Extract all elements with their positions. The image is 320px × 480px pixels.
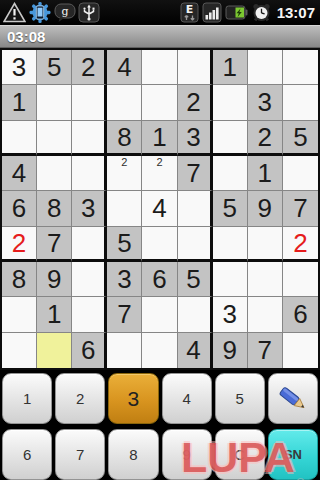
title-bar: 03:08	[0, 25, 320, 48]
pencil-icon	[275, 381, 311, 417]
cell-r2c6[interactable]: 2	[178, 85, 213, 120]
battery-charging-icon	[225, 2, 248, 23]
cell-value: 9	[47, 266, 61, 292]
cell-r8c8[interactable]	[248, 297, 283, 332]
cell-r6c4[interactable]: 5	[107, 227, 142, 262]
cell-r4c2[interactable]	[37, 156, 72, 191]
cell-r3c4[interactable]: 8	[107, 121, 142, 156]
cell-r3c9[interactable]: 5	[283, 121, 318, 156]
cell-r5c7[interactable]: 5	[213, 191, 248, 226]
key-6[interactable]: 6	[2, 429, 52, 480]
cell-value: 1	[12, 89, 26, 115]
alarm-clock-icon	[251, 2, 272, 23]
cell-value: 4	[152, 195, 166, 221]
sudoku-board: 3524112381325422716834597275289365173664…	[0, 48, 320, 370]
cell-r3c7[interactable]	[213, 121, 248, 156]
cell-r7c1[interactable]: 8	[2, 262, 37, 297]
key-3[interactable]: 3	[108, 373, 158, 424]
cell-r1c9[interactable]	[283, 50, 318, 85]
cell-value: 5	[117, 230, 131, 256]
cell-value: 7	[117, 301, 131, 327]
cell-value: 2	[81, 54, 95, 80]
cell-value: 7	[258, 337, 272, 363]
cell-r3c6[interactable]: 3	[178, 121, 213, 156]
cell-r2c8[interactable]: 3	[248, 85, 283, 120]
cell-r2c5[interactable]	[142, 85, 177, 120]
clock-time: 13:07	[275, 4, 317, 21]
cell-r7c4[interactable]: 3	[107, 262, 142, 297]
cell-r1c1[interactable]: 3	[2, 50, 37, 85]
cell-r5c5[interactable]: 4	[142, 191, 177, 226]
cell-r4c7[interactable]	[213, 156, 248, 191]
keypad-row-1: 12345	[0, 373, 320, 424]
pencil-notes: 2	[154, 157, 166, 168]
cell-value: 8	[47, 195, 61, 221]
cell-value: 2	[258, 124, 272, 150]
cell-value: 1	[47, 301, 61, 327]
key-1[interactable]: 1	[2, 373, 52, 424]
signal-strength-icon	[202, 2, 222, 23]
pencil-notes: 2	[119, 157, 131, 168]
cell-value: 7	[293, 195, 307, 221]
cell-value: 2	[186, 89, 200, 115]
cell-value: 3	[222, 301, 236, 327]
cell-r3c8[interactable]: 2	[248, 121, 283, 156]
cell-value: 3	[12, 54, 26, 80]
notification-icons: g	[3, 1, 100, 24]
key-5[interactable]: 5	[215, 373, 265, 424]
cell-r7c5[interactable]: 6	[142, 262, 177, 297]
cell-r3c5[interactable]: 1	[142, 121, 177, 156]
cell-value: 3	[117, 266, 131, 292]
cell-r9c5[interactable]	[142, 333, 177, 368]
cell-r8c7[interactable]: 3	[213, 297, 248, 332]
cell-value: 6	[152, 266, 166, 292]
cell-r9c6[interactable]: 4	[178, 333, 213, 368]
cell-value: 4	[117, 54, 131, 80]
cell-value: 4	[186, 337, 200, 363]
key-2[interactable]: 2	[55, 373, 105, 424]
cell-r5c6[interactable]	[178, 191, 213, 226]
usb-debug-icon	[28, 1, 52, 24]
cell-r6c3[interactable]	[72, 227, 107, 262]
cell-r1c5[interactable]	[142, 50, 177, 85]
cell-value: 3	[258, 89, 272, 115]
cell-r2c2[interactable]	[37, 85, 72, 120]
cell-value: 2	[293, 230, 307, 256]
cell-r4c1[interactable]: 4	[2, 156, 37, 191]
key-4[interactable]: 4	[162, 373, 212, 424]
cell-r6c9[interactable]: 2	[283, 227, 318, 262]
cell-r8c9[interactable]: 6	[283, 297, 318, 332]
cell-r4c9[interactable]	[283, 156, 318, 191]
cell-r1c3[interactable]: 2	[72, 50, 107, 85]
status-bar: g E	[0, 0, 320, 25]
cell-r9c3[interactable]: 6	[72, 333, 107, 368]
cell-r3c2[interactable]	[37, 121, 72, 156]
cell-r2c9[interactable]	[283, 85, 318, 120]
cell-value: 3	[186, 124, 200, 150]
cell-r4c4[interactable]: 2	[107, 156, 142, 191]
talk-icon: g	[54, 2, 76, 23]
cell-value: 1	[258, 160, 272, 186]
key-8[interactable]: 8	[108, 429, 158, 480]
cell-r5c3[interactable]: 3	[72, 191, 107, 226]
cell-r8c1[interactable]	[2, 297, 37, 332]
svg-text:g: g	[61, 5, 68, 18]
cell-r8c6[interactable]	[178, 297, 213, 332]
cell-r2c7[interactable]	[213, 85, 248, 120]
cell-r7c6[interactable]: 5	[178, 262, 213, 297]
cell-r5c4[interactable]	[107, 191, 142, 226]
cell-r9c7[interactable]: 9	[213, 333, 248, 368]
cell-r4c8[interactable]: 1	[248, 156, 283, 191]
cell-r5c9[interactable]: 7	[283, 191, 318, 226]
pencil-mode-button[interactable]	[268, 373, 318, 424]
cell-r4c6[interactable]: 7	[178, 156, 213, 191]
cell-r1c6[interactable]	[178, 50, 213, 85]
cell-value: 7	[186, 160, 200, 186]
cell-r1c2[interactable]: 5	[37, 50, 72, 85]
cell-r1c4[interactable]: 4	[107, 50, 142, 85]
cell-value: 1	[222, 54, 236, 80]
cell-r3c1[interactable]	[2, 121, 37, 156]
cell-value: 7	[47, 230, 61, 256]
cell-r7c9[interactable]	[283, 262, 318, 297]
cell-value: 5	[186, 266, 200, 292]
cell-r1c8[interactable]	[248, 50, 283, 85]
cell-r2c3[interactable]	[72, 85, 107, 120]
cell-value: 2	[12, 230, 26, 256]
keypad-row-2: 6789CSN	[0, 429, 320, 480]
cell-r8c2[interactable]: 1	[37, 297, 72, 332]
cell-value: 5	[47, 54, 61, 80]
cell-r8c4[interactable]: 7	[107, 297, 142, 332]
cell-r8c5[interactable]	[142, 297, 177, 332]
key-c[interactable]: C	[215, 429, 265, 480]
cell-r9c4[interactable]	[107, 333, 142, 368]
cell-r5c1[interactable]: 6	[2, 191, 37, 226]
cell-value: 5	[222, 195, 236, 221]
cell-r5c8[interactable]: 9	[248, 191, 283, 226]
cell-r2c1[interactable]: 1	[2, 85, 37, 120]
usb-icon	[78, 2, 100, 23]
cell-value: 8	[12, 266, 26, 292]
edge-data-icon: E	[180, 2, 199, 23]
key-7[interactable]: 7	[55, 429, 105, 480]
cell-r7c7[interactable]	[213, 262, 248, 297]
cell-r5c2[interactable]: 8	[37, 191, 72, 226]
system-status-icons: E	[180, 2, 317, 23]
cell-r6c2[interactable]: 7	[37, 227, 72, 262]
cell-r9c1[interactable]	[2, 333, 37, 368]
cell-value: 3	[81, 195, 95, 221]
cell-r6c6[interactable]	[178, 227, 213, 262]
cell-r6c5[interactable]	[142, 227, 177, 262]
cell-value: 1	[152, 124, 166, 150]
cell-r2c4[interactable]	[107, 85, 142, 120]
game-timer: 03:08	[7, 28, 45, 45]
key-9[interactable]: 9	[162, 429, 212, 480]
svg-text:E: E	[185, 3, 193, 16]
cell-value: 6	[293, 301, 307, 327]
cell-value: 6	[81, 337, 95, 363]
cell-r9c8[interactable]: 7	[248, 333, 283, 368]
cell-r7c2[interactable]: 9	[37, 262, 72, 297]
cell-r3c3[interactable]	[72, 121, 107, 156]
cell-r6c8[interactable]	[248, 227, 283, 262]
cell-r8c3[interactable]	[72, 297, 107, 332]
cell-r7c3[interactable]	[72, 262, 107, 297]
cell-value: 9	[222, 337, 236, 363]
cell-value: 4	[12, 160, 26, 186]
cell-value: 6	[12, 195, 26, 221]
cell-r6c1[interactable]: 2	[2, 227, 37, 262]
cell-r9c2[interactable]	[37, 333, 72, 368]
cell-value: 5	[293, 124, 307, 150]
cell-r1c7[interactable]: 1	[213, 50, 248, 85]
key-sn[interactable]: SN	[268, 429, 318, 480]
warning-icon	[3, 2, 26, 23]
cell-r9c9[interactable]	[283, 333, 318, 368]
cell-r6c7[interactable]	[213, 227, 248, 262]
cell-r4c3[interactable]	[72, 156, 107, 191]
cell-r4c5[interactable]: 2	[142, 156, 177, 191]
cell-value: 8	[117, 124, 131, 150]
cell-value: 9	[258, 195, 272, 221]
cell-r7c8[interactable]	[248, 262, 283, 297]
